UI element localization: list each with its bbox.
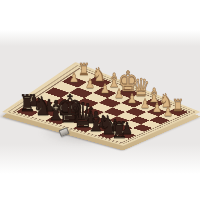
piece-white-pawn-f2: ♟ (100, 81, 110, 94)
piece-white-pawn-c2: ♟ (140, 96, 150, 109)
piece-white-pawn-h2: ♟ (70, 70, 80, 83)
chess-set-photo: ♜♞♝♛♚♝♞♜♟♟♟♟♟♟♟♟♟♟♟♟♟♟♟♟♜♞♝♛♚♝♞♜ (0, 0, 200, 200)
piece-white-pawn-e2: ♟ (114, 87, 124, 100)
piece-white-pawn-g2: ♟ (85, 76, 95, 89)
piece-white-pawn-d2: ♟ (127, 91, 137, 104)
piece-white-pawn-b2: ♟ (152, 101, 162, 114)
piece-black-rook-a8: ♜ (111, 119, 128, 142)
pieces-layer: ♜♞♝♛♚♝♞♜♟♟♟♟♟♟♟♟♟♟♟♟♟♟♟♟♜♞♝♛♚♝♞♜ (0, 0, 200, 200)
piece-white-rook-a1: ♜ (172, 98, 184, 114)
piece-white-pawn-a2: ♟ (164, 105, 174, 118)
